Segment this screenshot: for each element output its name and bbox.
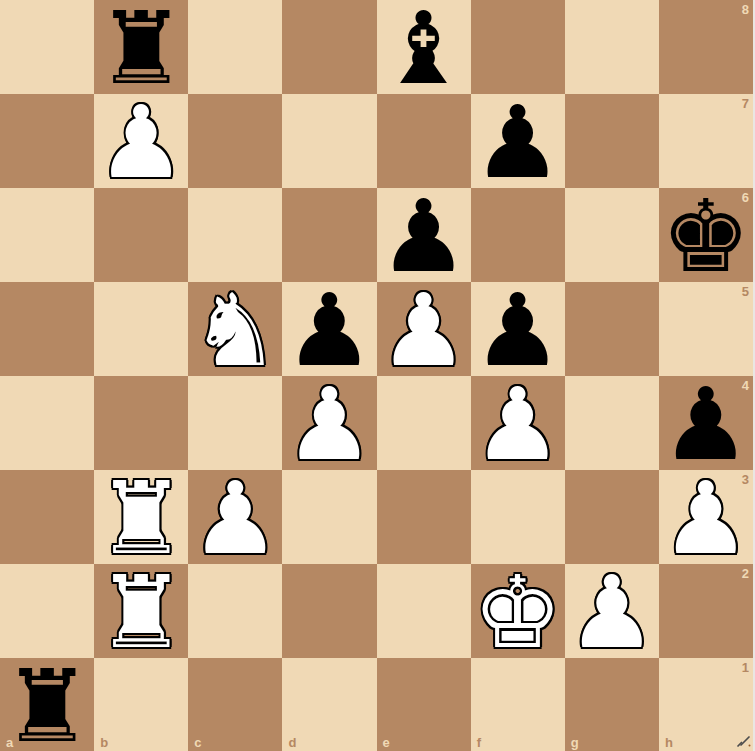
piece-white-rook-icon[interactable]: ♜ (96, 472, 186, 566)
piece-white-rook-icon[interactable]: ♜ (96, 566, 186, 660)
square-h4[interactable]: ♟4 (659, 376, 753, 470)
piece-black-pawn-icon[interactable]: ♟ (473, 284, 563, 378)
square-a6[interactable] (0, 188, 94, 282)
square-f1[interactable]: f (471, 658, 565, 751)
square-f7[interactable]: ♟ (471, 94, 565, 188)
piece-white-pawn-icon[interactable]: ♟ (661, 472, 751, 566)
file-label-a: a (6, 736, 13, 749)
piece-white-pawn-icon[interactable]: ♟ (285, 378, 375, 472)
file-label-b: b (100, 736, 108, 749)
square-a5[interactable] (0, 282, 94, 376)
square-d7[interactable] (282, 94, 376, 188)
piece-black-pawn-icon[interactable]: ♟ (661, 378, 751, 472)
piece-white-pawn-icon[interactable]: ♟ (473, 378, 563, 472)
square-b5[interactable] (94, 282, 188, 376)
square-g1[interactable]: g (565, 658, 659, 751)
piece-white-pawn-icon[interactable]: ♟ (190, 472, 280, 566)
square-a8[interactable] (0, 0, 94, 94)
page: ♜♝8♟♟7♟♚6♞♟♟♟5♟♟♟4♜♟♟3♜♚♟2♜abcdefg1h (0, 0, 755, 751)
square-e6[interactable]: ♟ (377, 188, 471, 282)
square-d5[interactable]: ♟ (282, 282, 376, 376)
piece-white-pawn-icon[interactable]: ♟ (96, 96, 186, 190)
square-b1[interactable]: b (94, 658, 188, 751)
piece-white-king-icon[interactable]: ♚ (473, 566, 563, 660)
square-g8[interactable] (565, 0, 659, 94)
square-e1[interactable]: e (377, 658, 471, 751)
square-c8[interactable] (188, 0, 282, 94)
square-d4[interactable]: ♟ (282, 376, 376, 470)
square-h7[interactable]: 7 (659, 94, 753, 188)
square-g3[interactable] (565, 470, 659, 564)
square-b2[interactable]: ♜ (94, 564, 188, 658)
square-b7[interactable]: ♟ (94, 94, 188, 188)
square-h5[interactable]: 5 (659, 282, 753, 376)
rank-label-5: 5 (742, 285, 749, 298)
square-g7[interactable] (565, 94, 659, 188)
file-label-e: e (383, 736, 390, 749)
piece-white-knight-icon[interactable]: ♞ (190, 284, 280, 378)
piece-black-pawn-icon[interactable]: ♟ (285, 284, 375, 378)
square-b6[interactable] (94, 188, 188, 282)
square-e7[interactable] (377, 94, 471, 188)
square-e3[interactable] (377, 470, 471, 564)
resize-grip-icon (736, 732, 752, 748)
square-e2[interactable] (377, 564, 471, 658)
piece-black-pawn-icon[interactable]: ♟ (379, 190, 469, 284)
square-c6[interactable] (188, 188, 282, 282)
piece-white-pawn-icon[interactable]: ♟ (379, 284, 469, 378)
square-c5[interactable]: ♞ (188, 282, 282, 376)
square-f4[interactable]: ♟ (471, 376, 565, 470)
square-f6[interactable] (471, 188, 565, 282)
file-label-c: c (194, 736, 201, 749)
piece-black-rook-icon[interactable]: ♜ (2, 660, 92, 751)
square-a4[interactable] (0, 376, 94, 470)
chess-board: ♜♝8♟♟7♟♚6♞♟♟♟5♟♟♟4♜♟♟3♜♚♟2♜abcdefg1h (0, 0, 753, 751)
piece-white-pawn-icon[interactable]: ♟ (567, 566, 657, 660)
square-f2[interactable]: ♚ (471, 564, 565, 658)
square-a1[interactable]: ♜a (0, 658, 94, 751)
piece-black-bishop-icon[interactable]: ♝ (379, 2, 469, 96)
rank-label-3: 3 (742, 473, 749, 486)
square-h3[interactable]: ♟3 (659, 470, 753, 564)
file-label-g: g (571, 736, 579, 749)
rank-label-1: 1 (742, 661, 749, 674)
file-label-f: f (477, 736, 481, 749)
square-g4[interactable] (565, 376, 659, 470)
square-c7[interactable] (188, 94, 282, 188)
piece-black-king-icon[interactable]: ♚ (661, 190, 751, 284)
square-f5[interactable]: ♟ (471, 282, 565, 376)
square-g6[interactable] (565, 188, 659, 282)
square-b8[interactable]: ♜ (94, 0, 188, 94)
square-b4[interactable] (94, 376, 188, 470)
square-c1[interactable]: c (188, 658, 282, 751)
square-h8[interactable]: 8 (659, 0, 753, 94)
square-a3[interactable] (0, 470, 94, 564)
piece-black-pawn-icon[interactable]: ♟ (473, 96, 563, 190)
square-f3[interactable] (471, 470, 565, 564)
square-a7[interactable] (0, 94, 94, 188)
rank-label-8: 8 (742, 3, 749, 16)
square-h2[interactable]: 2 (659, 564, 753, 658)
square-e4[interactable] (377, 376, 471, 470)
square-c2[interactable] (188, 564, 282, 658)
square-g5[interactable] (565, 282, 659, 376)
file-label-h: h (665, 736, 673, 749)
rank-label-6: 6 (742, 191, 749, 204)
square-e5[interactable]: ♟ (377, 282, 471, 376)
rank-label-2: 2 (742, 567, 749, 580)
file-label-d: d (288, 736, 296, 749)
square-f8[interactable] (471, 0, 565, 94)
square-d2[interactable] (282, 564, 376, 658)
square-b3[interactable]: ♜ (94, 470, 188, 564)
square-c3[interactable]: ♟ (188, 470, 282, 564)
square-d8[interactable] (282, 0, 376, 94)
square-a2[interactable] (0, 564, 94, 658)
rank-label-4: 4 (742, 379, 749, 392)
piece-black-rook-icon[interactable]: ♜ (96, 2, 186, 96)
square-d3[interactable] (282, 470, 376, 564)
board-resize-handle[interactable] (736, 732, 752, 748)
square-d1[interactable]: d (282, 658, 376, 751)
square-c4[interactable] (188, 376, 282, 470)
rank-label-7: 7 (742, 97, 749, 110)
square-e8[interactable]: ♝ (377, 0, 471, 94)
square-d6[interactable] (282, 188, 376, 282)
square-h6[interactable]: ♚6 (659, 188, 753, 282)
square-g2[interactable]: ♟ (565, 564, 659, 658)
